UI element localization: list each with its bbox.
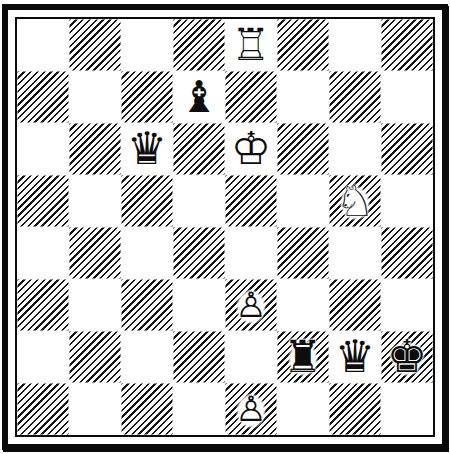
black-queen-c6-icon: ♛ [121,123,173,175]
square-f7 [277,71,329,123]
square-h8 [381,19,433,71]
square-d1 [173,383,225,435]
square-b7 [69,71,121,123]
square-e2 [225,331,277,383]
square-e1: ♙ [225,383,277,435]
square-c5 [121,175,173,227]
square-h2: ♚ [381,331,433,383]
square-g4 [329,227,381,279]
square-e6: ♔ [225,123,277,175]
board-frame: ♖♝♛♔♘♙♜♛♚♙ [2,4,448,450]
square-h4 [381,227,433,279]
white-knight-g5-icon: ♘ [329,175,381,227]
square-a7 [17,71,69,123]
white-rook-e8-icon: ♖ [225,19,277,71]
square-a1 [17,383,69,435]
square-c4 [121,227,173,279]
white-pawn-e1-icon: ♙ [225,383,277,435]
square-f1 [277,383,329,435]
black-king-h2-icon: ♚ [381,331,433,383]
square-h3 [381,279,433,331]
square-c1 [121,383,173,435]
square-e4 [225,227,277,279]
square-f4 [277,227,329,279]
square-g3 [329,279,381,331]
square-c8 [121,19,173,71]
square-d4 [173,227,225,279]
square-g7 [329,71,381,123]
square-c3 [121,279,173,331]
black-rook-f2-icon: ♜ [277,331,329,383]
square-h6 [381,123,433,175]
square-g2: ♛ [329,331,381,383]
square-h7 [381,71,433,123]
white-pawn-e3-icon: ♙ [225,279,277,331]
square-b6 [69,123,121,175]
square-f5 [277,175,329,227]
square-e5 [225,175,277,227]
square-a5 [17,175,69,227]
square-f6 [277,123,329,175]
square-g8 [329,19,381,71]
square-d2 [173,331,225,383]
book-page: ♖♝♛♔♘♙♜♛♚♙ [0,0,450,454]
square-d8 [173,19,225,71]
square-e7 [225,71,277,123]
square-a4 [17,227,69,279]
square-d6 [173,123,225,175]
square-f2: ♜ [277,331,329,383]
square-d3 [173,279,225,331]
square-g5: ♘ [329,175,381,227]
square-b5 [69,175,121,227]
square-a3 [17,279,69,331]
square-d7: ♝ [173,71,225,123]
square-e3: ♙ [225,279,277,331]
square-d5 [173,175,225,227]
chess-board: ♖♝♛♔♘♙♜♛♚♙ [17,19,433,435]
square-a6 [17,123,69,175]
black-queen-g2-icon: ♛ [329,331,381,383]
square-e8: ♖ [225,19,277,71]
board-inner-rule: ♖♝♛♔♘♙♜♛♚♙ [15,17,435,437]
square-b4 [69,227,121,279]
square-f8 [277,19,329,71]
square-a2 [17,331,69,383]
square-c2 [121,331,173,383]
white-king-e6-icon: ♔ [225,123,277,175]
square-g6 [329,123,381,175]
square-c6: ♛ [121,123,173,175]
square-b2 [69,331,121,383]
square-c7 [121,71,173,123]
square-g1 [329,383,381,435]
square-b3 [69,279,121,331]
square-b1 [69,383,121,435]
square-h5 [381,175,433,227]
square-h1 [381,383,433,435]
square-b8 [69,19,121,71]
black-bishop-d7-icon: ♝ [173,71,225,123]
square-f3 [277,279,329,331]
square-a8 [17,19,69,71]
